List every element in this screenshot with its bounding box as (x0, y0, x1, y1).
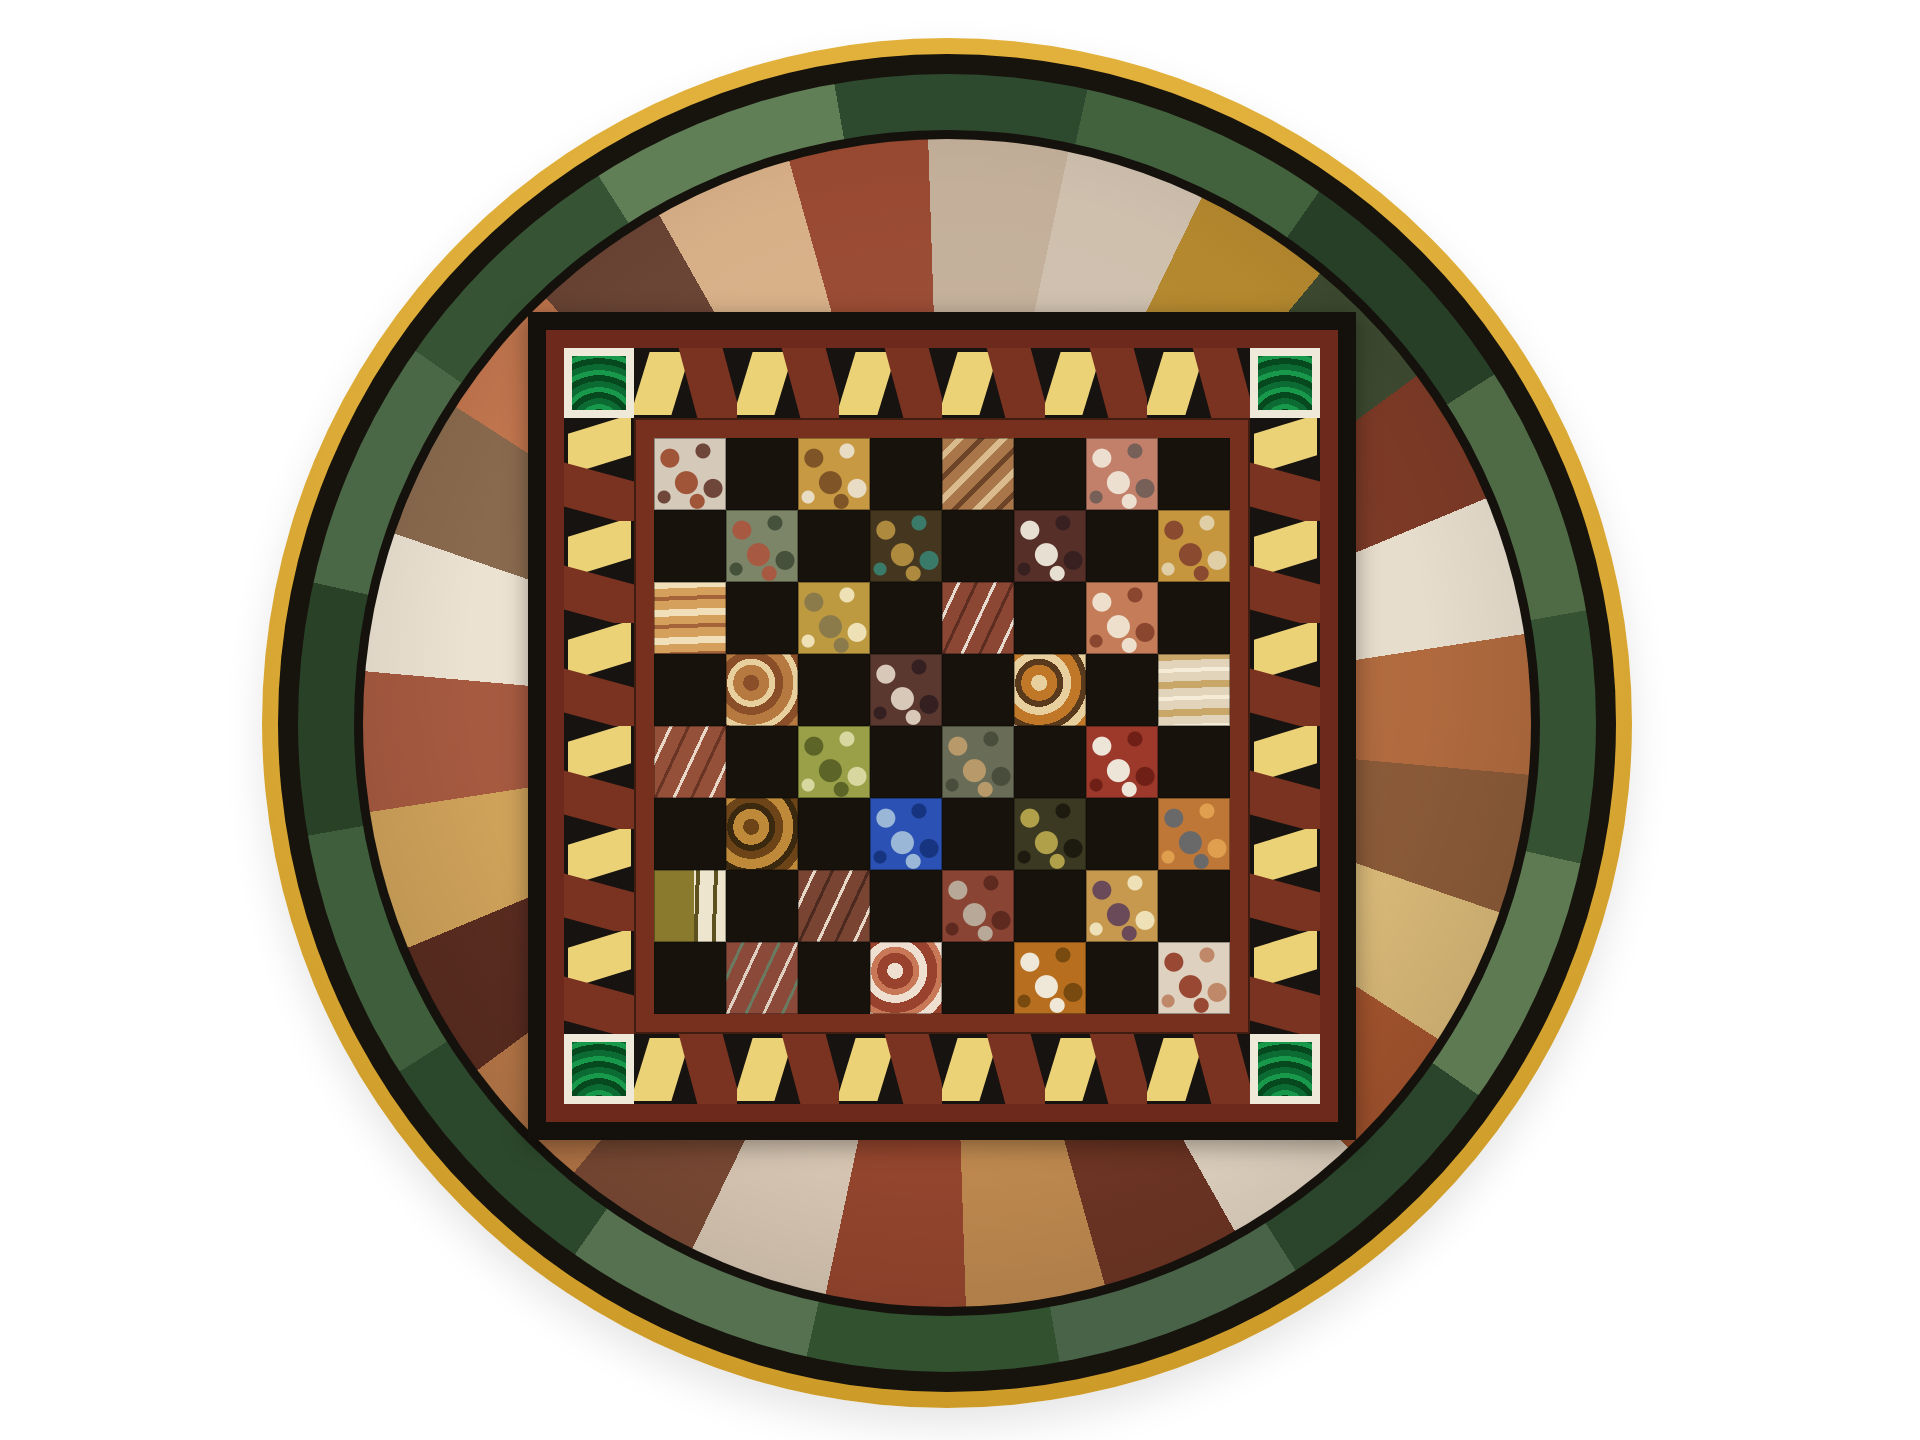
tumbling-block-cube (564, 726, 634, 829)
square-c2[interactable] (798, 870, 870, 942)
square-a8[interactable] (654, 438, 726, 510)
square-e1[interactable] (942, 942, 1014, 1014)
square-a7[interactable] (654, 510, 726, 582)
tumbling-block-cube (564, 829, 634, 932)
tumbling-block-cube (942, 1034, 1045, 1104)
tumbling-block-cube (1250, 521, 1320, 624)
square-a2[interactable] (654, 870, 726, 942)
cube-red-face (1250, 668, 1320, 726)
cube-red-face (782, 1034, 840, 1104)
square-d4[interactable] (870, 726, 942, 798)
square-b2[interactable] (726, 870, 798, 942)
tumbling-block-cube (839, 1034, 942, 1104)
tumbling-block-cube (1250, 418, 1320, 521)
square-d7[interactable] (870, 510, 942, 582)
square-c7[interactable] (798, 510, 870, 582)
tumbling-block-cube (1147, 1034, 1250, 1104)
square-f2[interactable] (1014, 870, 1086, 942)
square-f5[interactable] (1014, 654, 1086, 726)
cube-red-face (884, 1034, 942, 1104)
square-c3[interactable] (798, 798, 870, 870)
square-d2[interactable] (870, 870, 942, 942)
cube-red-face (1192, 348, 1250, 418)
square-h7[interactable] (1158, 510, 1230, 582)
square-h3[interactable] (1158, 798, 1230, 870)
square-b3[interactable] (726, 798, 798, 870)
photo-background (0, 0, 1920, 1440)
square-b5[interactable] (726, 654, 798, 726)
square-g4[interactable] (1086, 726, 1158, 798)
square-e2[interactable] (942, 870, 1014, 942)
square-h6[interactable] (1158, 582, 1230, 654)
square-a3[interactable] (654, 798, 726, 870)
tumbling-block-cube (1045, 348, 1148, 418)
square-e7[interactable] (942, 510, 1014, 582)
square-a1[interactable] (654, 942, 726, 1014)
square-e8[interactable] (942, 438, 1014, 510)
square-h5[interactable] (1158, 654, 1230, 726)
inner-red-frame (634, 418, 1250, 1034)
rosso-band (546, 330, 1338, 1122)
tumbling-block-cube (1250, 726, 1320, 829)
square-h4[interactable] (1158, 726, 1230, 798)
square-g3[interactable] (1086, 798, 1158, 870)
square-f3[interactable] (1014, 798, 1086, 870)
square-g5[interactable] (1086, 654, 1158, 726)
square-h1[interactable] (1158, 942, 1230, 1014)
cube-red-face (987, 1034, 1045, 1104)
square-f4[interactable] (1014, 726, 1086, 798)
cube-red-face (1250, 874, 1320, 932)
tumbling-block-cube (1250, 623, 1320, 726)
square-b7[interactable] (726, 510, 798, 582)
cube-red-face (679, 1034, 737, 1104)
cube-red-face (1250, 976, 1320, 1034)
tumbling-block-cube (1250, 931, 1320, 1034)
tumbling-block-cube (942, 348, 1045, 418)
cube-red-face (1250, 566, 1320, 624)
cube-red-face (564, 668, 634, 726)
square-b1[interactable] (726, 942, 798, 1014)
cube-red-face (884, 348, 942, 418)
cube-red-face (564, 976, 634, 1034)
square-h2[interactable] (1158, 870, 1230, 942)
square-d3[interactable] (870, 798, 942, 870)
square-c4[interactable] (798, 726, 870, 798)
frieze-ring (564, 348, 1320, 1104)
frieze-left (564, 418, 634, 1034)
tumbling-block-cube (737, 1034, 840, 1104)
square-a4[interactable] (654, 726, 726, 798)
square-d5[interactable] (870, 654, 942, 726)
square-b4[interactable] (726, 726, 798, 798)
tumbling-block-cube (564, 521, 634, 624)
frieze-bottom (634, 1034, 1250, 1104)
square-c1[interactable] (798, 942, 870, 1014)
malachite-stone (572, 356, 626, 410)
square-d1[interactable] (870, 942, 942, 1014)
cube-red-face (1192, 1034, 1250, 1104)
square-d6[interactable] (870, 582, 942, 654)
square-a5[interactable] (654, 654, 726, 726)
tumbling-block-cube (1045, 1034, 1148, 1104)
frieze-right (1250, 418, 1320, 1034)
cube-red-face (564, 463, 634, 521)
tumbling-block-cube (564, 931, 634, 1034)
tumbling-block-cube (634, 1034, 737, 1104)
square-c8[interactable] (798, 438, 870, 510)
tumbling-block-cube (564, 418, 634, 521)
square-g6[interactable] (1086, 582, 1158, 654)
square-f1[interactable] (1014, 942, 1086, 1014)
square-a6[interactable] (654, 582, 726, 654)
square-g1[interactable] (1086, 942, 1158, 1014)
cube-red-face (987, 348, 1045, 418)
malachite-corner-top-left (564, 348, 634, 418)
square-c6[interactable] (798, 582, 870, 654)
frieze-top (634, 348, 1250, 418)
cube-red-face (564, 566, 634, 624)
square-c5[interactable] (798, 654, 870, 726)
square-e4[interactable] (942, 726, 1014, 798)
square-e6[interactable] (942, 582, 1014, 654)
cube-red-face (1090, 1034, 1148, 1104)
malachite-corner-bottom-left (564, 1034, 634, 1104)
square-g8[interactable] (1086, 438, 1158, 510)
tumbling-block-cube (564, 623, 634, 726)
checkerboard (654, 438, 1230, 1014)
malachite-corner-bottom-right (1250, 1034, 1320, 1104)
tumbling-block-cube (737, 348, 840, 418)
square-f7[interactable] (1014, 510, 1086, 582)
square-f6[interactable] (1014, 582, 1086, 654)
games-board (528, 312, 1356, 1140)
square-g7[interactable] (1086, 510, 1158, 582)
malachite-stone (572, 1042, 626, 1096)
square-b6[interactable] (726, 582, 798, 654)
cube-red-face (564, 771, 634, 829)
cube-red-face (564, 874, 634, 932)
tumbling-block-cube (1250, 829, 1320, 932)
square-e3[interactable] (942, 798, 1014, 870)
square-d8[interactable] (870, 438, 942, 510)
cube-red-face (1250, 771, 1320, 829)
cube-red-face (1250, 463, 1320, 521)
tumbling-block-cube (634, 348, 737, 418)
cube-red-face (1090, 348, 1148, 418)
square-g2[interactable] (1086, 870, 1158, 942)
malachite-corner-top-right (1250, 348, 1320, 418)
cube-red-face (782, 348, 840, 418)
square-f8[interactable] (1014, 438, 1086, 510)
cube-red-face (679, 348, 737, 418)
malachite-stone (1258, 1042, 1312, 1096)
tumbling-block-cube (1147, 348, 1250, 418)
malachite-stone (1258, 356, 1312, 410)
square-b8[interactable] (726, 438, 798, 510)
tumbling-block-cube (839, 348, 942, 418)
square-e5[interactable] (942, 654, 1014, 726)
square-h8[interactable] (1158, 438, 1230, 510)
